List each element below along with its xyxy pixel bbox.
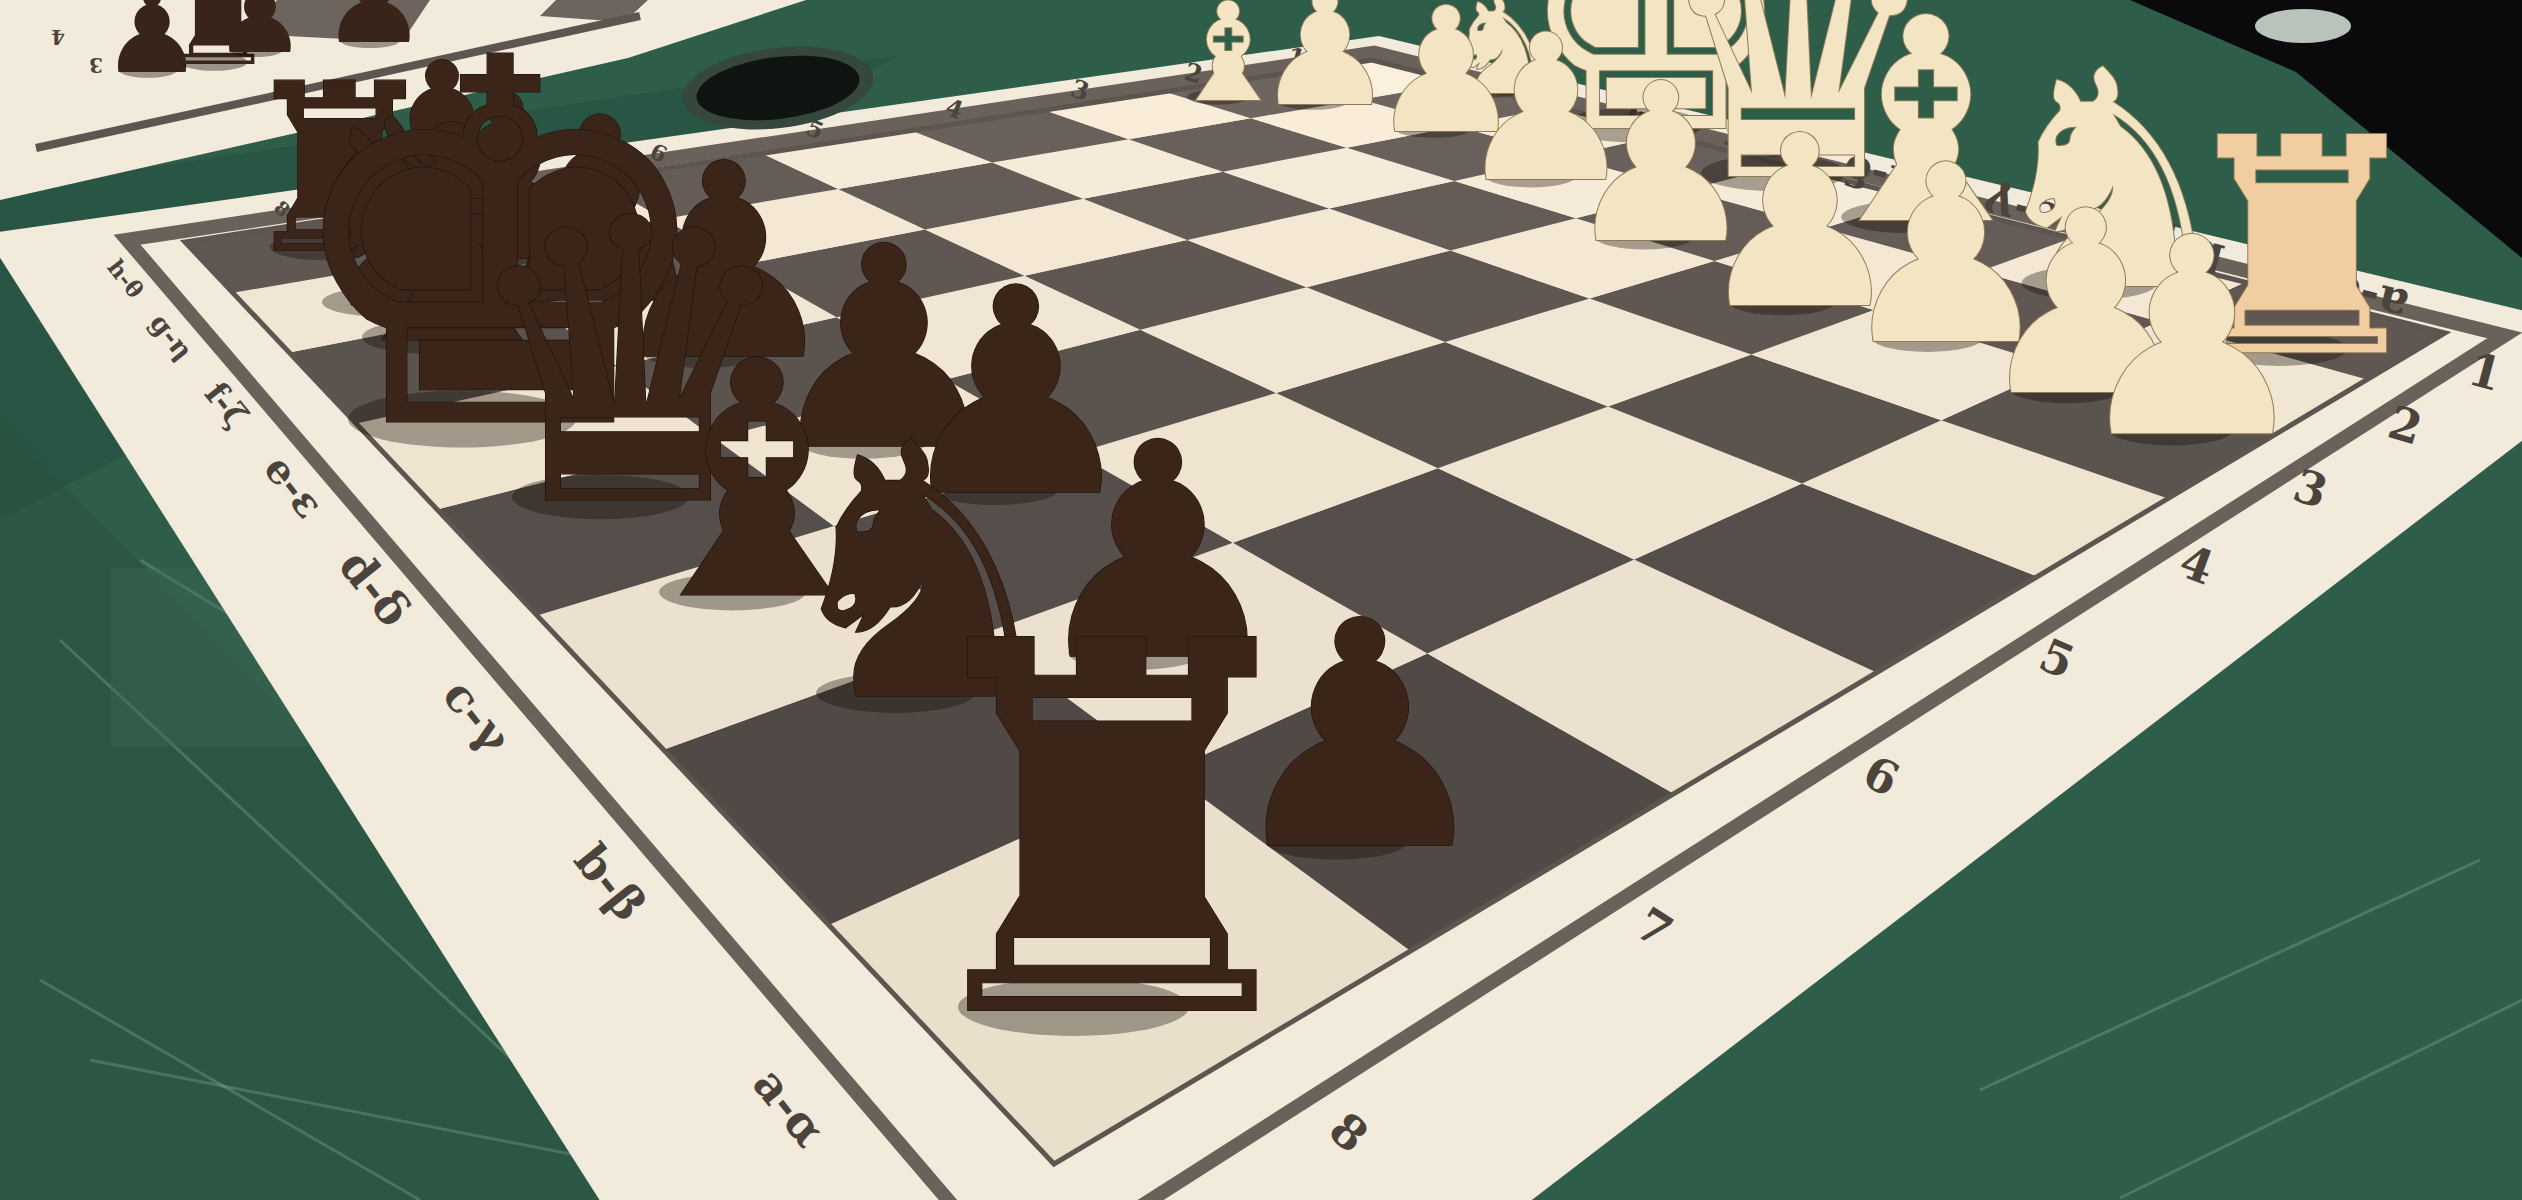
scene-svg: 43♟♜♟♟a-αa-αb-βb-βc-γc-γd-δd-δe-εe-εf-ζf… <box>0 0 2522 1200</box>
piece-white-pawn-a2: ♟ <box>2070 180 2315 497</box>
light-glare <box>2255 9 2351 43</box>
photo-stage: 43♟♜♟♟a-αa-αb-βb-βc-γc-γd-δd-δe-εe-εf-ζf… <box>0 0 2522 1200</box>
second-board-rank-label-0: 4 <box>51 25 65 49</box>
piece-black-rook-a8: ♜ <box>883 535 1342 1131</box>
